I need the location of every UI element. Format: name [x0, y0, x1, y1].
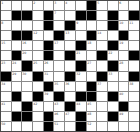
clue-number-35: 35 — [54, 82, 58, 85]
crossword-grid: 1234567891011121314151617181920212223242… — [0, 0, 140, 132]
clue-number-11: 11 — [129, 21, 133, 24]
cell-r11-c8[interactable]: 48 — [87, 112, 97, 121]
clue-number-38: 38 — [129, 82, 133, 85]
clue-number-19: 19 — [119, 41, 123, 44]
clue-number-46: 46 — [54, 112, 58, 115]
cell-r9-c2[interactable] — [22, 92, 32, 101]
cell-r2-c8[interactable] — [87, 21, 97, 30]
cell-r4-c2[interactable]: 16 — [22, 41, 32, 50]
cell-r3-c0[interactable] — [1, 31, 11, 40]
clue-number-21: 21 — [76, 51, 80, 54]
cell-r10-c7[interactable]: 44 — [76, 102, 86, 111]
cell-r8-c3[interactable] — [33, 82, 43, 91]
cell-r0-c5[interactable]: 3 — [54, 1, 64, 10]
cell-r8-c11[interactable] — [119, 82, 129, 91]
cell-r4-c11[interactable]: 19 — [119, 41, 129, 50]
black-cell-r10-c2 — [22, 102, 32, 111]
black-cell-r2-c4 — [44, 21, 54, 30]
clue-number-33: 33 — [108, 72, 112, 75]
black-cell-r6-c2 — [22, 61, 32, 70]
clue-number-9: 9 — [76, 21, 78, 24]
cell-r10-c5[interactable]: 43 — [54, 102, 64, 111]
clue-number-13: 13 — [65, 31, 69, 34]
clue-number-52: 52 — [87, 122, 91, 125]
cell-r7-c1[interactable]: 29 — [12, 72, 22, 81]
cell-r7-c4[interactable]: 31 — [44, 72, 54, 81]
cell-r11-c5[interactable]: 46 — [54, 112, 64, 121]
black-cell-r7-c3 — [33, 72, 43, 81]
black-cell-r5-c1 — [12, 51, 22, 60]
cell-r6-c3[interactable]: 25 — [33, 61, 43, 70]
cell-r12-c1[interactable] — [12, 122, 22, 131]
cell-r2-c3[interactable] — [33, 21, 43, 30]
black-cell-r10-c11 — [119, 102, 129, 111]
cell-r0-c7[interactable] — [76, 1, 86, 10]
cell-r2-c5[interactable] — [54, 21, 64, 30]
cell-r0-c9[interactable]: 5 — [97, 1, 107, 10]
cell-r3-c9[interactable]: 14 — [97, 31, 107, 40]
cell-r1-c5[interactable]: 7 — [54, 11, 64, 20]
black-cell-r7-c0 — [1, 72, 11, 81]
cell-r9-c4[interactable]: 39 — [44, 92, 54, 101]
clue-number-8: 8 — [1, 21, 3, 24]
cell-r11-c0[interactable] — [1, 112, 11, 121]
clue-number-18: 18 — [87, 41, 91, 44]
cell-r12-c6[interactable] — [65, 122, 75, 131]
black-cell-r1-c2 — [22, 11, 32, 20]
black-cell-r11-c2 — [22, 112, 32, 121]
black-cell-r9-c1 — [12, 92, 22, 101]
cell-r12-c0[interactable]: 50 — [1, 122, 11, 131]
clue-number-25: 25 — [33, 61, 37, 64]
cell-r12-c9[interactable] — [97, 122, 107, 131]
cell-r4-c5[interactable]: 17 — [54, 41, 64, 50]
black-cell-r7-c9 — [97, 72, 107, 81]
clue-number-2: 2 — [33, 1, 35, 4]
cell-r0-c4[interactable] — [44, 1, 54, 10]
cell-r0-c1[interactable] — [12, 1, 22, 10]
black-cell-r1-c4 — [44, 11, 54, 20]
cell-r1-c0[interactable] — [1, 11, 11, 20]
cell-r9-c0[interactable] — [1, 92, 11, 101]
cell-r0-c0[interactable]: 1 — [1, 1, 11, 10]
clue-number-24: 24 — [12, 61, 16, 64]
cell-r6-c1[interactable]: 24 — [12, 61, 22, 70]
cell-r0-c10[interactable] — [108, 1, 118, 10]
cell-r8-c9[interactable]: 37 — [97, 82, 107, 91]
black-cell-r1-c12 — [129, 11, 139, 20]
cell-r3-c12[interactable] — [129, 31, 139, 40]
cell-r7-c10[interactable]: 33 — [108, 72, 118, 81]
clue-number-37: 37 — [97, 82, 101, 85]
black-cell-r3-c2 — [22, 31, 32, 40]
black-cell-r9-c10 — [108, 92, 118, 101]
black-cell-r3-c11 — [119, 31, 129, 40]
black-cell-r4-c4 — [44, 41, 54, 50]
black-cell-r1-c8 — [87, 11, 97, 20]
black-cell-r8-c8 — [87, 82, 97, 91]
cell-r2-c9[interactable] — [97, 21, 107, 30]
cell-r8-c7[interactable] — [76, 82, 86, 91]
black-cell-r6-c10 — [108, 61, 118, 70]
cell-r10-c0[interactable]: 41 — [1, 102, 11, 111]
cell-r7-c11[interactable] — [119, 72, 129, 81]
black-cell-r9-c7 — [76, 92, 86, 101]
cell-r10-c12[interactable] — [129, 102, 139, 111]
black-cell-r11-c7 — [76, 112, 86, 121]
cell-r5-c7[interactable]: 21 — [76, 51, 86, 60]
cell-r3-c4[interactable] — [44, 31, 54, 40]
black-cell-r3-c8 — [87, 31, 97, 40]
cell-r8-c10[interactable] — [108, 82, 118, 91]
black-cell-r3-c5 — [54, 31, 64, 40]
cell-r9-c9[interactable] — [97, 92, 107, 101]
cell-r12-c3[interactable] — [33, 122, 43, 131]
cell-r5-c3[interactable] — [33, 51, 43, 60]
cell-r6-c9[interactable] — [97, 61, 107, 70]
cell-r2-c0[interactable]: 8 — [1, 21, 11, 30]
cell-r0-c6[interactable]: 4 — [65, 1, 75, 10]
clue-number-17: 17 — [54, 41, 58, 44]
clue-number-48: 48 — [87, 112, 91, 115]
black-cell-r1-c7 — [76, 11, 86, 20]
black-cell-r2-c6 — [65, 21, 75, 30]
clue-number-43: 43 — [54, 102, 58, 105]
clue-number-50: 50 — [1, 122, 5, 125]
clue-number-7: 7 — [54, 11, 56, 14]
clue-number-28: 28 — [119, 61, 123, 64]
cell-r12-c8[interactable]: 52 — [87, 122, 97, 131]
cell-r3-c10[interactable] — [108, 31, 118, 40]
cell-r1-c6[interactable] — [65, 11, 75, 20]
clue-number-40: 40 — [119, 92, 123, 95]
cell-r12-c5[interactable]: 51 — [54, 122, 64, 131]
cell-r0-c12[interactable] — [129, 1, 139, 10]
clue-number-32: 32 — [76, 72, 80, 75]
cell-r12-c2[interactable] — [22, 122, 32, 131]
cell-r5-c8[interactable] — [87, 51, 97, 60]
clue-number-30: 30 — [22, 72, 26, 75]
clue-number-16: 16 — [22, 41, 26, 44]
cell-r11-c6[interactable]: 47 — [65, 112, 75, 121]
cell-r3-c6[interactable]: 13 — [65, 31, 75, 40]
cell-r1-c9[interactable] — [97, 11, 107, 20]
cell-r4-c9[interactable] — [97, 41, 107, 50]
cell-r4-c1[interactable] — [12, 41, 22, 50]
clue-number-42: 42 — [33, 102, 37, 105]
clue-number-22: 22 — [108, 51, 112, 54]
cell-r0-c3[interactable]: 2 — [33, 1, 43, 10]
cell-r11-c3[interactable] — [33, 112, 43, 121]
clue-number-10: 10 — [119, 21, 123, 24]
cell-r11-c9[interactable] — [97, 112, 107, 121]
clue-number-39: 39 — [44, 92, 48, 95]
cell-r6-c6[interactable] — [65, 61, 75, 70]
cell-r6-c8[interactable]: 27 — [87, 61, 97, 70]
cell-r0-c2[interactable] — [22, 1, 32, 10]
cell-r12-c11[interactable] — [119, 122, 129, 131]
black-cell-r9-c8 — [87, 92, 97, 101]
cell-r8-c6[interactable]: 36 — [65, 82, 75, 91]
clue-number-14: 14 — [97, 31, 101, 34]
cell-r7-c5[interactable] — [54, 72, 64, 81]
black-cell-r4-c7 — [76, 41, 86, 50]
clue-number-27: 27 — [87, 61, 91, 64]
cell-r7-c8[interactable] — [87, 72, 97, 81]
cell-r5-c10[interactable]: 22 — [108, 51, 118, 60]
clue-number-3: 3 — [54, 1, 56, 4]
cell-r3-c3[interactable]: 12 — [33, 31, 43, 40]
clue-number-6: 6 — [119, 1, 121, 4]
black-cell-r6-c7 — [76, 61, 86, 70]
cell-r4-c0[interactable]: 15 — [1, 41, 11, 50]
cell-r2-c11[interactable]: 10 — [119, 21, 129, 30]
cell-r12-c12[interactable] — [129, 122, 139, 131]
cell-r11-c12[interactable] — [129, 112, 139, 121]
cell-r8-c5[interactable]: 35 — [54, 82, 64, 91]
clue-number-49: 49 — [119, 112, 123, 115]
cell-r10-c8[interactable]: 45 — [87, 102, 97, 111]
black-cell-r5-c9 — [97, 51, 107, 60]
black-cell-r11-c1 — [12, 112, 22, 121]
black-cell-r5-c4 — [44, 51, 54, 60]
cell-r7-c2[interactable]: 30 — [22, 72, 32, 81]
black-cell-r7-c12 — [129, 72, 139, 81]
black-cell-r0-c8 — [87, 1, 97, 10]
cell-r6-c11[interactable]: 28 — [119, 61, 129, 70]
black-cell-r12-c4 — [44, 122, 54, 131]
cell-r1-c3[interactable] — [33, 11, 43, 20]
black-cell-r11-c10 — [108, 112, 118, 121]
cell-r5-c11[interactable] — [119, 51, 129, 60]
black-cell-r9-c3 — [33, 92, 43, 101]
black-cell-r7-c6 — [65, 72, 75, 81]
black-cell-r4-c10 — [108, 41, 118, 50]
black-cell-r3-c1 — [12, 31, 22, 40]
cell-r9-c12[interactable] — [129, 92, 139, 101]
clue-number-1: 1 — [1, 1, 3, 4]
clue-number-15: 15 — [1, 41, 5, 44]
black-cell-r5-c6 — [65, 51, 75, 60]
black-cell-r11-c4 — [44, 112, 54, 121]
clue-number-31: 31 — [44, 72, 48, 75]
cell-r2-c12[interactable]: 11 — [129, 21, 139, 30]
cell-r6-c0[interactable]: 23 — [1, 61, 11, 70]
cell-r6-c5[interactable] — [54, 61, 64, 70]
clue-number-5: 5 — [97, 1, 99, 4]
crossword-board: 1234567891011121314151617181920212223242… — [0, 0, 140, 132]
clue-number-26: 26 — [44, 61, 48, 64]
cell-r10-c4[interactable] — [44, 102, 54, 111]
cell-r10-c9[interactable] — [97, 102, 107, 111]
clue-number-23: 23 — [1, 61, 5, 64]
cell-r12-c10[interactable] — [108, 122, 118, 131]
clue-number-34: 34 — [1, 82, 5, 85]
clue-number-36: 36 — [65, 82, 69, 85]
cell-r11-c11[interactable]: 49 — [119, 112, 129, 121]
clue-number-12: 12 — [33, 31, 37, 34]
cell-r4-c6[interactable] — [65, 41, 75, 50]
black-cell-r12-c7 — [76, 122, 86, 131]
cell-r3-c7[interactable] — [76, 31, 86, 40]
cell-r2-c7[interactable]: 9 — [76, 21, 86, 30]
black-cell-r9-c5 — [54, 92, 64, 101]
clue-number-47: 47 — [65, 112, 69, 115]
cell-r5-c2[interactable]: 20 — [22, 51, 32, 60]
cell-r10-c10[interactable] — [108, 102, 118, 111]
cell-r8-c0[interactable]: 34 — [1, 82, 11, 91]
cell-r5-c0[interactable] — [1, 51, 11, 60]
black-cell-r1-c1 — [12, 11, 22, 20]
black-cell-r8-c4 — [44, 82, 54, 91]
cell-r10-c3[interactable]: 42 — [33, 102, 43, 111]
cell-r8-c12[interactable]: 38 — [129, 82, 139, 91]
black-cell-r10-c6 — [65, 102, 75, 111]
clue-number-20: 20 — [22, 51, 26, 54]
black-cell-r2-c10 — [108, 21, 118, 30]
clue-number-51: 51 — [54, 122, 58, 125]
clue-number-45: 45 — [87, 102, 91, 105]
clue-number-41: 41 — [1, 102, 5, 105]
cell-r8-c1[interactable] — [12, 82, 22, 91]
cell-r4-c8[interactable]: 18 — [87, 41, 97, 50]
cell-r9-c6[interactable] — [65, 92, 75, 101]
cell-r10-c1[interactable] — [12, 102, 22, 111]
cell-r1-c11[interactable] — [119, 11, 129, 20]
cell-r2-c1[interactable] — [12, 21, 22, 30]
cell-r2-c2[interactable] — [22, 21, 32, 30]
cell-r5-c5[interactable] — [54, 51, 64, 60]
black-cell-r5-c12 — [129, 51, 139, 60]
cell-r4-c3[interactable] — [33, 41, 43, 50]
cell-r7-c7[interactable]: 32 — [76, 72, 86, 81]
cell-r9-c11[interactable]: 40 — [119, 92, 129, 101]
cell-r6-c12[interactable] — [129, 61, 139, 70]
clue-number-44: 44 — [76, 102, 80, 105]
cell-r4-c12[interactable] — [129, 41, 139, 50]
clue-number-29: 29 — [12, 72, 16, 75]
black-cell-r1-c10 — [108, 11, 118, 20]
cell-r0-c11[interactable]: 6 — [119, 1, 129, 10]
cell-r6-c4[interactable]: 26 — [44, 61, 54, 70]
clue-number-4: 4 — [65, 1, 67, 4]
cell-r8-c2[interactable] — [22, 82, 32, 91]
